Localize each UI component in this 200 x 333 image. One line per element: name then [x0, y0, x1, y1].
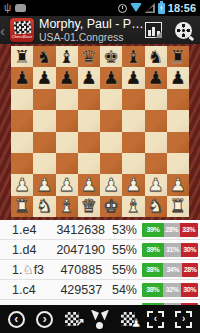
black-wins-segment: 33%: [180, 223, 198, 237]
games-count: 2047190: [56, 243, 105, 257]
white-wins-segment: 39%: [142, 243, 164, 257]
board-square[interactable]: ♟: [56, 67, 78, 88]
score-percent: 55%: [105, 243, 137, 257]
board-square[interactable]: ♛: [78, 196, 100, 217]
board-square[interactable]: [56, 89, 78, 110]
draws-segment: 34%: [163, 263, 182, 277]
board-square[interactable]: ♞: [33, 196, 55, 217]
white-pawn-piece: ♟: [36, 176, 52, 194]
alarm-icon: [118, 4, 127, 13]
board-square[interactable]: ♟: [56, 174, 78, 195]
white-pawn-piece: ♟: [14, 176, 30, 194]
board-square[interactable]: [145, 132, 167, 153]
move-stat-row[interactable]: 1.d4204719055%39%31%30%: [0, 240, 200, 260]
board-square[interactable]: [33, 110, 55, 131]
board-square[interactable]: ♟: [33, 67, 55, 88]
board-square[interactable]: [11, 110, 33, 131]
board-square[interactable]: [167, 153, 189, 174]
board-square[interactable]: [11, 132, 33, 153]
page-subtitle: USA-01.Congress: [39, 31, 140, 43]
black-pawn-piece: ♟: [14, 69, 30, 87]
board-chevron-right-icon: ›: [175, 311, 192, 328]
move-stat-row[interactable]: 1.♘f347088555%38%34%28%: [0, 260, 200, 280]
board-square[interactable]: ♟: [100, 67, 122, 88]
variations-button[interactable]: [90, 310, 110, 329]
board-square[interactable]: ♟: [122, 67, 144, 88]
board-square[interactable]: [167, 89, 189, 110]
status-right-icons: 18:56: [118, 2, 196, 14]
board-square[interactable]: ♛: [78, 46, 100, 67]
battery-charging-icon: [158, 3, 165, 14]
black-wins-segment: 30%: [181, 243, 198, 257]
move-stat-row[interactable]: 1.e4341263853%39%28%33%: [0, 220, 200, 240]
board-square[interactable]: ♟: [145, 67, 167, 88]
move-label: 1.♘f3: [12, 262, 60, 277]
white-rook-piece: ♜: [14, 197, 30, 215]
signal-icon: [145, 3, 155, 13]
statistics-icon[interactable]: [145, 22, 162, 38]
board-square[interactable]: ♞: [145, 196, 167, 217]
games-count: 429537: [60, 283, 102, 297]
status-left-icons: ψ: [4, 3, 26, 13]
board-square[interactable]: [56, 153, 78, 174]
board-square[interactable]: ♟: [167, 174, 189, 195]
go-to-start-button[interactable]: ‹: [147, 311, 164, 328]
white-wins-segment: 38%: [142, 283, 163, 297]
board-square[interactable]: ♝: [122, 46, 144, 67]
white-bishop-piece: ♝: [125, 197, 141, 215]
board-square[interactable]: ♝: [56, 46, 78, 67]
header-titles: Morphy, Paul - P… USA-01.Congress: [39, 17, 140, 43]
white-pawn-piece: ♟: [81, 176, 97, 194]
board-square[interactable]: [100, 132, 122, 153]
board-square[interactable]: ♚: [100, 46, 122, 67]
flip-board-button[interactable]: ↗: [65, 312, 79, 326]
board-square[interactable]: [78, 89, 100, 110]
result-stats-bar: 38%32%30%: [142, 283, 198, 297]
board-square[interactable]: ♞: [33, 46, 55, 67]
board-square[interactable]: [11, 153, 33, 174]
board-square[interactable]: [11, 89, 33, 110]
header-actions: [145, 22, 196, 39]
board-square[interactable]: ♜: [11, 196, 33, 217]
search-games-icon[interactable]: [175, 22, 192, 39]
adb-debug-icon: [15, 4, 26, 12]
board-square[interactable]: [33, 89, 55, 110]
games-count: 470885: [60, 263, 102, 277]
setup-position-button[interactable]: ♟: [121, 312, 135, 326]
board-square[interactable]: ♟: [11, 174, 33, 195]
board-square[interactable]: [33, 153, 55, 174]
white-pawn-piece: ♟: [103, 176, 119, 194]
black-bishop-piece: ♝: [59, 48, 75, 66]
chessbase-app-screen: ψ 18:56 ‹ ChessBase Morphy, Paul - P… US…: [0, 0, 200, 333]
board-square[interactable]: ♟: [78, 67, 100, 88]
board-square[interactable]: ♜: [167, 196, 189, 217]
board-square[interactable]: ♝: [122, 196, 144, 217]
white-knight-piece: ♞: [36, 197, 52, 215]
white-bishop-piece: ♝: [59, 197, 75, 215]
draws-segment: 28%: [164, 223, 180, 237]
black-pawn-piece: ♟: [170, 69, 186, 87]
score-percent: 53%: [105, 223, 137, 237]
wifi-icon: [130, 3, 142, 12]
previous-move-button[interactable]: ‹: [8, 311, 25, 328]
variation-fork-icon: [90, 310, 110, 329]
chevron-right-icon: ›: [36, 311, 53, 328]
black-rook-piece: ♜: [170, 48, 186, 66]
black-knight-piece: ♞: [36, 48, 52, 66]
board-chevron-left-icon: ‹: [147, 311, 164, 328]
white-wins-segment: 39%: [142, 223, 164, 237]
black-queen-piece: ♛: [81, 48, 97, 66]
white-queen-piece: ♛: [81, 197, 97, 215]
move-label: 1.d4: [12, 243, 56, 257]
arrow-up-right-icon: ↗: [75, 316, 84, 329]
pawn-icon: ♟: [131, 316, 142, 330]
board-square[interactable]: [78, 132, 100, 153]
board-square[interactable]: [33, 132, 55, 153]
black-pawn-piece: ♟: [36, 69, 52, 87]
result-stats-bar: 39%28%33%: [142, 223, 198, 237]
board-square[interactable]: [100, 89, 122, 110]
black-pawn-piece: ♟: [103, 69, 119, 87]
black-king-piece: ♚: [103, 48, 119, 66]
white-king-piece: ♚: [103, 197, 119, 215]
bottom-toolbar: ‹ › ↗ ♟ ‹ ›: [0, 305, 200, 333]
action-bar: ‹ ChessBase Morphy, Paul - P… USA-01.Con…: [0, 16, 200, 44]
next-move-button[interactable]: ›: [36, 311, 53, 328]
move-label: 1.e4: [12, 223, 56, 237]
board-square[interactable]: ♟: [100, 174, 122, 195]
board-square[interactable]: [145, 110, 167, 131]
white-pawn-piece: ♟: [170, 176, 186, 194]
draws-segment: 32%: [163, 283, 181, 297]
chevron-left-icon: ‹: [8, 311, 25, 328]
board-frame: ♜♞♝♛♚♝♞♜♟♟♟♟♟♟♟♟♟♟♟♟♟♟♟♟♜♞♝♛♚♝♞♜: [0, 44, 200, 220]
board-square[interactable]: ♟: [122, 174, 144, 195]
games-count: 3412638: [56, 223, 105, 237]
checkerboard-logo-icon: [13, 20, 31, 34]
back-chevron-icon[interactable]: ‹: [0, 23, 5, 38]
white-knight-piece: ♞: [148, 197, 164, 215]
black-rook-piece: ♜: [14, 48, 30, 66]
white-rook-piece: ♜: [170, 197, 186, 215]
board-square[interactable]: [122, 153, 144, 174]
black-wins-segment: 28%: [182, 263, 198, 277]
move-label: 1.c4: [12, 283, 60, 297]
status-clock: 18:56: [168, 2, 196, 14]
board-square[interactable]: [100, 110, 122, 131]
board-square[interactable]: [167, 132, 189, 153]
black-pawn-piece: ♟: [148, 69, 164, 87]
board-square[interactable]: [100, 153, 122, 174]
board-square[interactable]: ♟: [78, 174, 100, 195]
board-square[interactable]: [78, 110, 100, 131]
board-square[interactable]: ♟: [11, 67, 33, 88]
score-percent: 54%: [102, 283, 137, 297]
board-square[interactable]: ♞: [145, 46, 167, 67]
draws-segment: 31%: [164, 243, 181, 257]
board-square[interactable]: [56, 110, 78, 131]
board-square[interactable]: [145, 153, 167, 174]
go-to-end-button[interactable]: ›: [175, 311, 192, 328]
white-pawn-piece: ♟: [125, 176, 141, 194]
result-stats-bar: 39%31%30%: [142, 243, 198, 257]
score-percent: 55%: [102, 263, 137, 277]
status-bar: ψ 18:56: [0, 0, 200, 16]
black-knight-piece: ♞: [148, 48, 164, 66]
result-stats-bar: 38%34%28%: [142, 263, 198, 277]
board-square[interactable]: ♜: [167, 46, 189, 67]
board-square[interactable]: ♝: [56, 196, 78, 217]
board-square[interactable]: [167, 110, 189, 131]
app-icon[interactable]: ChessBase: [10, 18, 34, 42]
board-square[interactable]: [122, 89, 144, 110]
white-pawn-piece: ♟: [148, 176, 164, 194]
board-square[interactable]: ♚: [100, 196, 122, 217]
black-wins-segment: 30%: [181, 283, 198, 297]
board-square[interactable]: [56, 132, 78, 153]
black-bishop-piece: ♝: [125, 48, 141, 66]
opening-move-list: 1.e4341263853%39%28%33%1.d4204719055%39%…: [0, 220, 200, 305]
white-wins-segment: 38%: [142, 263, 163, 277]
board-square[interactable]: [78, 153, 100, 174]
page-title: Morphy, Paul - P…: [39, 17, 140, 31]
black-pawn-piece: ♟: [125, 69, 141, 87]
chess-board[interactable]: ♜♞♝♛♚♝♞♜♟♟♟♟♟♟♟♟♟♟♟♟♟♟♟♟♜♞♝♛♚♝♞♜: [11, 46, 189, 217]
board-square[interactable]: [122, 132, 144, 153]
black-pawn-piece: ♟: [59, 69, 75, 87]
board-square[interactable]: ♟: [145, 174, 167, 195]
white-pawn-piece: ♟: [59, 176, 75, 194]
board-square[interactable]: ♟: [33, 174, 55, 195]
usb-icon: ψ: [4, 3, 11, 13]
board-square[interactable]: [145, 89, 167, 110]
board-square[interactable]: ♟: [167, 67, 189, 88]
board-square[interactable]: [122, 110, 144, 131]
move-stat-row[interactable]: 1.c442953754%38%32%30%: [0, 280, 200, 300]
board-square[interactable]: ♜: [11, 46, 33, 67]
black-pawn-piece: ♟: [81, 69, 97, 87]
